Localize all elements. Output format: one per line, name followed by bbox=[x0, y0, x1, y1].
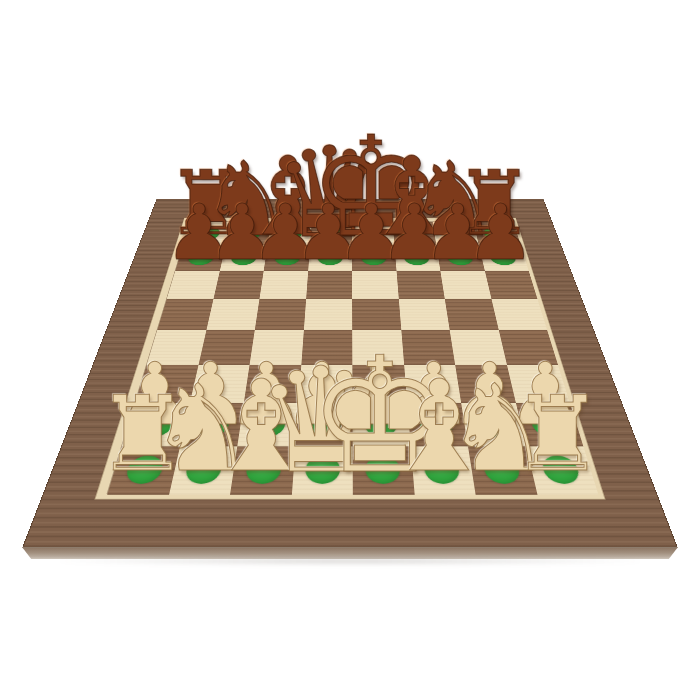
square-h5 bbox=[491, 299, 547, 330]
square-f4 bbox=[401, 330, 455, 364]
board-shadow bbox=[60, 557, 640, 565]
square-d6 bbox=[306, 271, 352, 299]
square-d7 bbox=[308, 245, 352, 271]
square-b5 bbox=[206, 299, 259, 330]
square-e2 bbox=[352, 403, 410, 446]
square-g3 bbox=[455, 365, 515, 403]
felt-pad bbox=[442, 226, 469, 240]
square-c8 bbox=[268, 222, 312, 245]
chess-set-photo: ♜♞♝♛♚♝♞♜♟♟♟♟♟♟♟♟♟♟♟♟♟♟♟♟♜♞♝♛♚♝♞♜ bbox=[0, 0, 700, 700]
square-d8 bbox=[310, 222, 352, 245]
square-d1 bbox=[291, 446, 352, 495]
square-a2 bbox=[122, 403, 189, 446]
felt-pad bbox=[482, 456, 522, 484]
square-a8 bbox=[183, 222, 231, 245]
square-h6 bbox=[485, 271, 538, 299]
felt-pad bbox=[230, 250, 258, 265]
square-e5 bbox=[352, 299, 401, 330]
square-g5 bbox=[445, 299, 499, 330]
square-a3 bbox=[135, 365, 198, 403]
square-c4 bbox=[250, 330, 304, 364]
square-d3 bbox=[298, 365, 352, 403]
square-f3 bbox=[404, 365, 461, 403]
felt-pad bbox=[474, 412, 511, 437]
square-f5 bbox=[398, 299, 449, 330]
square-g4 bbox=[450, 330, 507, 364]
square-h2 bbox=[515, 403, 583, 446]
square-e4 bbox=[352, 330, 403, 364]
felt-pad bbox=[364, 412, 398, 437]
square-h1 bbox=[526, 446, 599, 495]
square-e6 bbox=[352, 271, 398, 299]
felt-pad bbox=[361, 250, 387, 265]
square-c6 bbox=[259, 271, 307, 299]
board-inner-border bbox=[94, 218, 605, 500]
square-f6 bbox=[396, 271, 445, 299]
chess-board bbox=[22, 199, 678, 548]
square-c2 bbox=[237, 403, 298, 446]
felt-pad bbox=[540, 456, 582, 484]
square-g8 bbox=[433, 222, 479, 245]
felt-pad bbox=[193, 226, 221, 240]
felt-pad bbox=[483, 226, 511, 240]
square-a6 bbox=[167, 271, 220, 299]
felt-pad bbox=[277, 226, 302, 240]
felt-pad bbox=[305, 456, 340, 484]
square-c3 bbox=[244, 365, 301, 403]
square-b2 bbox=[180, 403, 244, 446]
felt-pad bbox=[423, 456, 461, 484]
felt-pad bbox=[194, 412, 231, 437]
felt-pad bbox=[317, 250, 343, 265]
square-e3 bbox=[352, 365, 406, 403]
square-h7 bbox=[479, 245, 529, 271]
square-a5 bbox=[157, 299, 213, 330]
square-h4 bbox=[498, 330, 557, 364]
felt-pad bbox=[137, 412, 176, 437]
square-f2 bbox=[407, 403, 468, 446]
square-f1 bbox=[410, 446, 475, 495]
board-scene bbox=[22, 0, 678, 548]
square-f8 bbox=[392, 222, 436, 245]
felt-pad bbox=[319, 226, 343, 240]
square-c5 bbox=[255, 299, 306, 330]
square-e7 bbox=[352, 245, 396, 271]
felt-pad bbox=[360, 226, 385, 240]
square-b4 bbox=[198, 330, 255, 364]
square-e1 bbox=[353, 446, 415, 495]
square-g2 bbox=[461, 403, 525, 446]
felt-pad bbox=[403, 250, 430, 265]
square-d4 bbox=[301, 330, 352, 364]
felt-pad bbox=[235, 226, 262, 240]
square-b7 bbox=[220, 245, 268, 271]
felt-pad bbox=[308, 412, 341, 437]
square-a7 bbox=[175, 245, 225, 271]
felt-pad bbox=[274, 250, 301, 265]
felt-pad bbox=[186, 250, 215, 265]
felt-pad bbox=[251, 412, 286, 437]
felt-pad bbox=[529, 412, 568, 437]
felt-pad bbox=[401, 226, 427, 240]
square-h8 bbox=[473, 222, 521, 245]
square-d5 bbox=[304, 299, 353, 330]
square-a4 bbox=[147, 330, 206, 364]
board-grid bbox=[107, 221, 598, 494]
felt-pad bbox=[244, 456, 282, 484]
square-b6 bbox=[213, 271, 264, 299]
square-a1 bbox=[107, 446, 179, 495]
square-b1 bbox=[169, 446, 238, 495]
square-e8 bbox=[352, 222, 394, 245]
felt-pad bbox=[446, 250, 474, 265]
square-d2 bbox=[295, 403, 353, 446]
felt-pad bbox=[184, 456, 224, 484]
square-b8 bbox=[225, 222, 271, 245]
felt-pad bbox=[365, 456, 401, 484]
felt-pad bbox=[419, 412, 454, 437]
square-c1 bbox=[230, 446, 295, 495]
felt-pad bbox=[489, 250, 518, 265]
square-g6 bbox=[440, 271, 491, 299]
square-b3 bbox=[189, 365, 249, 403]
square-c7 bbox=[264, 245, 310, 271]
felt-pad bbox=[123, 456, 165, 484]
square-f7 bbox=[394, 245, 440, 271]
square-g7 bbox=[436, 245, 484, 271]
square-h3 bbox=[506, 365, 569, 403]
